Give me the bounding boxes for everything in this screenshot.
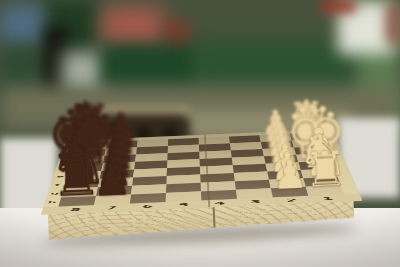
board-scene: ♜♟♟♜♞♟♟♞♝♟♟♝♛♟♟♛♚♟♟♚♝♟♟♝♞♟♟♞♜♟♟♜ 8765432…	[0, 0, 400, 267]
piece-white-pawn-h2: ♟	[271, 155, 308, 195]
square-d6	[134, 160, 167, 169]
piece-black-rook-h8: ♜	[48, 145, 102, 205]
coord-front-4: 4	[201, 199, 238, 208]
chess-board: ♜♟♟♜♞♟♟♞♝♟♟♝♛♟♟♛♚♟♟♚♝♟♟♝♞♟♟♞♜♟♟♜ 8765432…	[41, 129, 363, 215]
piece-white-rook-h1: ♜	[302, 144, 348, 194]
square-e6	[133, 168, 167, 177]
coord-front-2: 2	[273, 196, 311, 205]
photo-frame: ♜♟♟♜♞♟♟♞♝♟♟♝♛♟♟♛♚♟♟♚♝♟♟♝♞♟♟♞♜♟♟♜ 8765432…	[0, 0, 400, 267]
coord-front-1: 1	[308, 194, 347, 203]
